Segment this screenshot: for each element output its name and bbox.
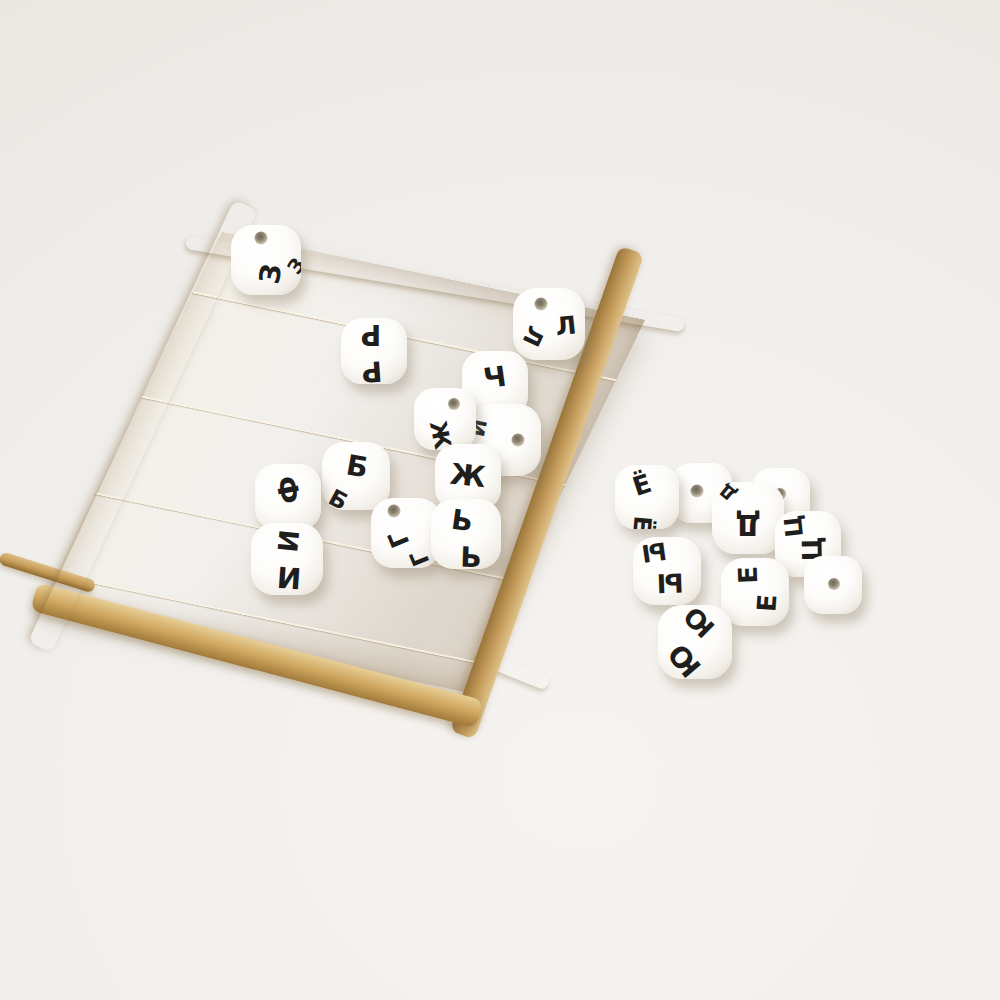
letter-bead-Л[interactable]: ЛЛ bbox=[513, 288, 585, 360]
letter-bead-Ь[interactable]: ЬЬ bbox=[431, 499, 501, 569]
bead-letter-И: И bbox=[276, 564, 302, 595]
letter-bead-Р[interactable]: РР bbox=[341, 318, 407, 384]
stringing-hole bbox=[448, 398, 460, 410]
letter-bead-Д[interactable]: ДД bbox=[712, 482, 784, 554]
bead-letter-Ы: Ы bbox=[640, 538, 668, 565]
stringing-hole bbox=[535, 298, 548, 311]
letter-bead-Ю[interactable]: ЮЮ bbox=[658, 605, 732, 679]
bead-letter-Л: Л bbox=[519, 322, 548, 349]
stringing-hole bbox=[828, 578, 840, 590]
stringing-hole bbox=[691, 485, 704, 498]
bead-letter-Ю: Ю bbox=[679, 605, 719, 642]
letter-bead-Ф[interactable]: Ф bbox=[255, 464, 321, 530]
stringing-hole bbox=[255, 232, 268, 245]
bead-letter-Ё: Ё bbox=[629, 515, 654, 529]
bead-letter-Ь: Ь bbox=[449, 506, 474, 537]
bead-letter-Г: Г bbox=[384, 527, 413, 551]
bead-letter-Ф: Ф bbox=[271, 474, 303, 506]
bead-letter-Ё: Ё bbox=[630, 470, 655, 500]
stringing-hole bbox=[512, 434, 525, 447]
bead-letter-Е: Е bbox=[753, 593, 780, 613]
bead-letter-Б: Б bbox=[344, 451, 370, 482]
letter-bead-И[interactable]: ИИ bbox=[251, 523, 323, 595]
bead-letter-Ь: Ь bbox=[460, 544, 482, 569]
bead-letter-Ж: Ж bbox=[449, 460, 487, 493]
letter-bead-Ё[interactable]: ЁЁ bbox=[615, 465, 679, 529]
bead-letter-Г: Г bbox=[407, 547, 434, 568]
letter-bead-З[interactable]: ЗЗ bbox=[231, 225, 301, 295]
bead-letter-Ц: Ц bbox=[781, 514, 807, 539]
letter-bead-Е[interactable]: ЕЕ bbox=[721, 558, 789, 626]
letter-bead-Ж[interactable]: Ж bbox=[414, 388, 476, 450]
bead-letter-Ы: Ы bbox=[656, 570, 684, 597]
bead-letter-Р: Р bbox=[361, 320, 382, 348]
blank-hole-bead[interactable] bbox=[804, 556, 862, 614]
bead-letter-Е: Е bbox=[735, 566, 762, 585]
bead-letter-Л: Л bbox=[554, 312, 577, 339]
bead-letter-Д: Д bbox=[735, 510, 761, 539]
bead-letter-Ч: Ч bbox=[482, 363, 508, 394]
stringing-hole bbox=[388, 505, 401, 518]
bead-letter-Ю: Ю bbox=[664, 638, 707, 679]
letter-bead-Б[interactable]: ББ bbox=[322, 442, 390, 510]
letter-bead-Ы[interactable]: ЫЫ bbox=[633, 537, 701, 605]
scene: ЗЗЛЛРРЧИЖЖББФГГЬЬИИДДЁЁЦЦЫЫЕЕЮЮ bbox=[0, 0, 1000, 1000]
bead-letter-И: И bbox=[273, 528, 302, 553]
bead-letter-Р: Р bbox=[361, 356, 383, 384]
